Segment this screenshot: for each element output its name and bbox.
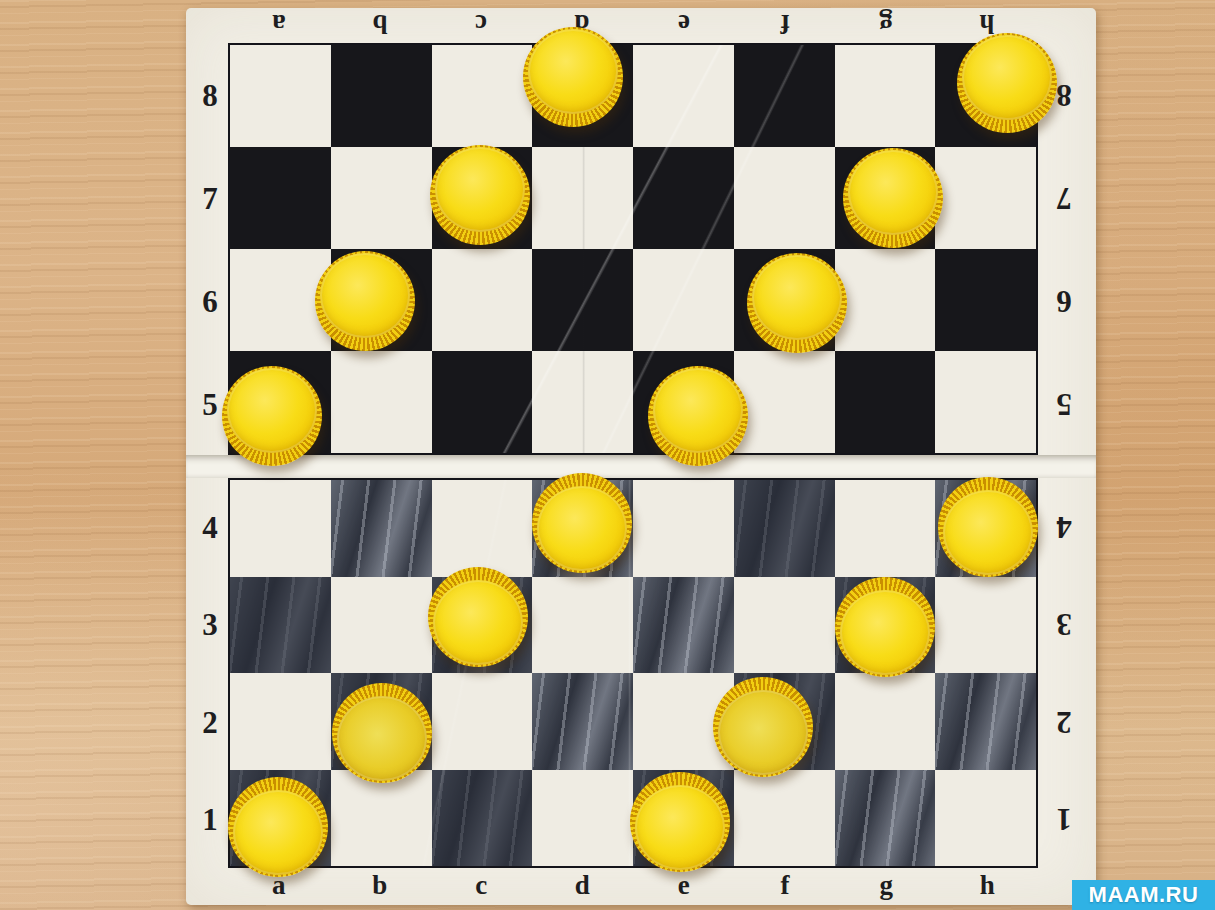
square-b7[interactable]: [331, 147, 432, 249]
checker-piece-d4[interactable]: [532, 473, 632, 573]
cap-top-surface: [435, 147, 525, 232]
fold-seam: [186, 455, 1096, 478]
checker-piece-f2[interactable]: [713, 677, 813, 777]
square-a4[interactable]: [230, 480, 331, 577]
photo-scene: aabbccddeeffgghh8877665544332211 MAAM.RU: [0, 0, 1215, 910]
square-e6[interactable]: [633, 249, 734, 351]
checker-piece-b2[interactable]: [332, 683, 432, 783]
rank-label-right-3: 3: [1056, 609, 1072, 640]
cap-top-surface: [840, 590, 930, 675]
rank-label-left-2: 2: [202, 706, 218, 737]
checker-piece-c7[interactable]: [430, 145, 530, 245]
cap-top-surface: [227, 368, 317, 453]
square-d1[interactable]: [532, 770, 633, 867]
square-b1[interactable]: [331, 770, 432, 867]
file-label-bottom-h: h: [980, 872, 995, 899]
checker-piece-g7[interactable]: [843, 148, 943, 248]
file-label-top-h: h: [980, 10, 995, 37]
square-a7[interactable]: [230, 147, 331, 249]
square-g4[interactable]: [835, 480, 936, 577]
square-a3[interactable]: [230, 577, 331, 674]
file-label-top-f: f: [780, 10, 789, 37]
checker-piece-e1[interactable]: [630, 772, 730, 872]
square-b8[interactable]: [331, 45, 432, 147]
square-f4[interactable]: [734, 480, 835, 577]
cap-top-surface: [537, 486, 627, 571]
checker-piece-h4[interactable]: [938, 477, 1038, 577]
rank-label-right-8: 8: [1056, 79, 1072, 110]
square-f5[interactable]: [734, 351, 835, 453]
square-a8[interactable]: [230, 45, 331, 147]
file-label-top-a: a: [272, 10, 286, 37]
square-e7[interactable]: [633, 147, 734, 249]
rank-label-left-7: 7: [202, 182, 218, 213]
file-label-bottom-e: e: [678, 872, 690, 899]
rank-label-right-2: 2: [1056, 706, 1072, 737]
square-f7[interactable]: [734, 147, 835, 249]
file-label-top-e: e: [678, 10, 690, 37]
square-f1[interactable]: [734, 770, 835, 867]
square-e3[interactable]: [633, 577, 734, 674]
file-label-top-c: c: [475, 10, 487, 37]
rank-label-left-1: 1: [202, 804, 218, 835]
file-label-bottom-b: b: [372, 872, 387, 899]
square-c6[interactable]: [432, 249, 533, 351]
square-h2[interactable]: [935, 673, 1036, 770]
square-h6[interactable]: [935, 249, 1036, 351]
file-label-bottom-d: d: [575, 872, 590, 899]
checker-piece-g3[interactable]: [835, 577, 935, 677]
file-label-top-b: b: [372, 10, 387, 37]
square-c4[interactable]: [432, 480, 533, 577]
rank-label-left-6: 6: [202, 285, 218, 316]
file-label-top-g: g: [879, 10, 893, 37]
cap-top-surface: [337, 696, 427, 781]
square-d6[interactable]: [532, 249, 633, 351]
rank-label-left-4: 4: [202, 511, 218, 542]
cap-top-surface: [653, 368, 743, 453]
cap-top-surface: [943, 490, 1033, 575]
square-h3[interactable]: [935, 577, 1036, 674]
square-b4[interactable]: [331, 480, 432, 577]
square-d3[interactable]: [532, 577, 633, 674]
rank-label-right-4: 4: [1056, 511, 1072, 542]
square-h5[interactable]: [935, 351, 1036, 453]
checker-piece-f6[interactable]: [747, 253, 847, 353]
cap-top-surface: [528, 29, 618, 114]
square-c8[interactable]: [432, 45, 533, 147]
cap-top-surface: [320, 253, 410, 338]
rank-label-right-6: 6: [1056, 285, 1072, 316]
file-label-bottom-c: c: [475, 872, 487, 899]
checkers-board: aabbccddeeffgghh8877665544332211: [186, 8, 1096, 905]
square-d7[interactable]: [532, 147, 633, 249]
square-e4[interactable]: [633, 480, 734, 577]
square-h1[interactable]: [935, 770, 1036, 867]
cap-top-surface: [233, 790, 323, 875]
square-c1[interactable]: [432, 770, 533, 867]
square-c2[interactable]: [432, 673, 533, 770]
checker-piece-e5[interactable]: [648, 366, 748, 466]
checker-piece-a5[interactable]: [222, 366, 322, 466]
cap-top-surface: [962, 35, 1052, 120]
watermark-text: MAAM.RU: [1089, 882, 1199, 908]
square-d2[interactable]: [532, 673, 633, 770]
square-g1[interactable]: [835, 770, 936, 867]
rank-label-right-5: 5: [1056, 388, 1072, 419]
square-b5[interactable]: [331, 351, 432, 453]
checker-piece-c3[interactable]: [428, 567, 528, 667]
cap-top-surface: [635, 785, 725, 870]
checker-piece-b6[interactable]: [315, 251, 415, 351]
rank-label-left-8: 8: [202, 79, 218, 110]
site-watermark: MAAM.RU: [1072, 880, 1215, 910]
square-a2[interactable]: [230, 673, 331, 770]
square-g5[interactable]: [835, 351, 936, 453]
checker-piece-d8[interactable]: [523, 27, 623, 127]
square-g2[interactable]: [835, 673, 936, 770]
checker-piece-h8[interactable]: [957, 33, 1057, 133]
file-label-bottom-g: g: [879, 872, 893, 899]
square-c5[interactable]: [432, 351, 533, 453]
cap-top-surface: [433, 580, 523, 665]
cap-top-surface: [848, 150, 938, 235]
square-g6[interactable]: [835, 249, 936, 351]
rank-label-right-1: 1: [1056, 804, 1072, 835]
rank-label-left-5: 5: [202, 388, 218, 419]
cap-top-surface: [752, 255, 842, 340]
cap-top-surface: [718, 690, 808, 775]
square-d5[interactable]: [532, 351, 633, 453]
square-f3[interactable]: [734, 577, 835, 674]
file-label-bottom-f: f: [780, 872, 789, 899]
square-b3[interactable]: [331, 577, 432, 674]
checker-piece-a1[interactable]: [228, 777, 328, 877]
square-g8[interactable]: [835, 45, 936, 147]
board-top-half: [228, 43, 1038, 455]
rank-label-left-3: 3: [202, 609, 218, 640]
square-h7[interactable]: [935, 147, 1036, 249]
square-e8[interactable]: [633, 45, 734, 147]
square-f8[interactable]: [734, 45, 835, 147]
rank-label-right-7: 7: [1056, 182, 1072, 213]
